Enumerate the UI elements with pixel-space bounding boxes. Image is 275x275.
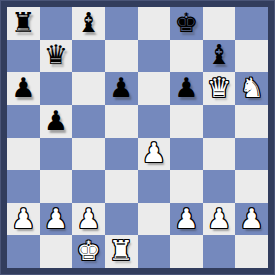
square-g5[interactable] <box>203 105 236 138</box>
square-b5[interactable]: ♟ <box>40 105 73 138</box>
piece-white-pawn[interactable]: ♟ <box>76 205 100 232</box>
square-e6[interactable] <box>138 72 171 105</box>
piece-black-bishop[interactable]: ♝ <box>207 41 231 68</box>
square-e8[interactable] <box>138 7 171 40</box>
square-d4[interactable] <box>105 138 138 171</box>
piece-white-knight[interactable]: ♞ <box>240 74 264 101</box>
piece-white-pawn[interactable]: ♟ <box>11 205 35 232</box>
piece-black-bishop[interactable]: ♝ <box>76 9 100 36</box>
piece-white-rook[interactable]: ♜ <box>109 237 133 264</box>
piece-white-pawn[interactable]: ♟ <box>207 205 231 232</box>
square-f3[interactable] <box>170 170 203 203</box>
square-d5[interactable] <box>105 105 138 138</box>
piece-white-queen[interactable]: ♛ <box>207 74 231 101</box>
piece-black-pawn[interactable]: ♟ <box>174 74 198 101</box>
square-b6[interactable] <box>40 72 73 105</box>
square-g4[interactable] <box>203 138 236 171</box>
square-h3[interactable] <box>235 170 268 203</box>
square-b4[interactable] <box>40 138 73 171</box>
chess-board: ♜♝♚♛♝♟♟♟♛♞♟♟♟♟♟♟♟♟♚♜ <box>7 7 268 268</box>
piece-black-rook[interactable]: ♜ <box>11 9 35 36</box>
square-c4[interactable] <box>72 138 105 171</box>
piece-white-pawn[interactable]: ♟ <box>44 205 68 232</box>
piece-white-pawn[interactable]: ♟ <box>142 139 166 166</box>
square-f6[interactable]: ♟ <box>170 72 203 105</box>
square-c5[interactable] <box>72 105 105 138</box>
square-g6[interactable]: ♛ <box>203 72 236 105</box>
square-a5[interactable] <box>7 105 40 138</box>
square-c7[interactable] <box>72 40 105 73</box>
square-g1[interactable] <box>203 235 236 268</box>
square-d6[interactable]: ♟ <box>105 72 138 105</box>
square-h5[interactable] <box>235 105 268 138</box>
square-e1[interactable] <box>138 235 171 268</box>
board-frame: ♜♝♚♛♝♟♟♟♛♞♟♟♟♟♟♟♟♟♚♜ <box>0 0 275 275</box>
square-e7[interactable] <box>138 40 171 73</box>
square-d3[interactable] <box>105 170 138 203</box>
square-f1[interactable] <box>170 235 203 268</box>
square-d8[interactable] <box>105 7 138 40</box>
square-e2[interactable] <box>138 203 171 236</box>
square-f5[interactable] <box>170 105 203 138</box>
square-d2[interactable] <box>105 203 138 236</box>
square-a2[interactable]: ♟ <box>7 203 40 236</box>
square-c3[interactable] <box>72 170 105 203</box>
square-b3[interactable] <box>40 170 73 203</box>
square-c2[interactable]: ♟ <box>72 203 105 236</box>
square-f8[interactable]: ♚ <box>170 7 203 40</box>
square-h7[interactable] <box>235 40 268 73</box>
square-d7[interactable] <box>105 40 138 73</box>
square-a1[interactable] <box>7 235 40 268</box>
square-e4[interactable]: ♟ <box>138 138 171 171</box>
square-h4[interactable] <box>235 138 268 171</box>
square-c6[interactable] <box>72 72 105 105</box>
square-h1[interactable] <box>235 235 268 268</box>
piece-white-king[interactable]: ♚ <box>76 237 100 264</box>
square-g7[interactable]: ♝ <box>203 40 236 73</box>
piece-white-pawn[interactable]: ♟ <box>240 205 264 232</box>
square-f7[interactable] <box>170 40 203 73</box>
square-c1[interactable]: ♚ <box>72 235 105 268</box>
square-h8[interactable] <box>235 7 268 40</box>
square-h2[interactable]: ♟ <box>235 203 268 236</box>
piece-white-pawn[interactable]: ♟ <box>174 205 198 232</box>
square-f4[interactable] <box>170 138 203 171</box>
square-b2[interactable]: ♟ <box>40 203 73 236</box>
square-b1[interactable] <box>40 235 73 268</box>
piece-black-pawn[interactable]: ♟ <box>11 74 35 101</box>
square-a6[interactable]: ♟ <box>7 72 40 105</box>
square-a7[interactable] <box>7 40 40 73</box>
square-g2[interactable]: ♟ <box>203 203 236 236</box>
square-a8[interactable]: ♜ <box>7 7 40 40</box>
square-a4[interactable] <box>7 138 40 171</box>
square-f2[interactable]: ♟ <box>170 203 203 236</box>
square-g8[interactable] <box>203 7 236 40</box>
square-d1[interactable]: ♜ <box>105 235 138 268</box>
square-b8[interactable] <box>40 7 73 40</box>
square-e5[interactable] <box>138 105 171 138</box>
square-b7[interactable]: ♛ <box>40 40 73 73</box>
piece-black-king[interactable]: ♚ <box>174 9 198 36</box>
piece-black-queen[interactable]: ♛ <box>44 41 68 68</box>
piece-black-pawn[interactable]: ♟ <box>109 74 133 101</box>
square-c8[interactable]: ♝ <box>72 7 105 40</box>
piece-black-pawn[interactable]: ♟ <box>44 107 68 134</box>
square-g3[interactable] <box>203 170 236 203</box>
square-e3[interactable] <box>138 170 171 203</box>
square-a3[interactable] <box>7 170 40 203</box>
square-h6[interactable]: ♞ <box>235 72 268 105</box>
